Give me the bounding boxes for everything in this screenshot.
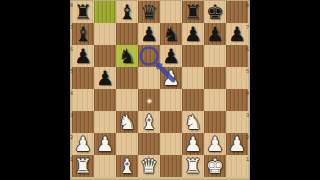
piece-white-bishop[interactable]: ♝ xyxy=(118,155,136,177)
square-g3[interactable] xyxy=(204,111,226,133)
square-c8[interactable]: ♝ xyxy=(116,1,138,23)
piece-black-pawn[interactable]: ♟ xyxy=(162,45,180,67)
square-c6[interactable]: ♞ xyxy=(116,45,138,67)
square-d3[interactable]: ♝ xyxy=(138,111,160,133)
square-f4[interactable] xyxy=(182,89,204,111)
square-h7[interactable]: ♟ xyxy=(226,23,248,45)
square-d7[interactable]: ♟ xyxy=(138,23,160,45)
square-b5[interactable]: ♟ xyxy=(94,67,116,89)
piece-white-pawn[interactable]: ♟ xyxy=(96,133,114,155)
piece-black-bishop[interactable]: ♝ xyxy=(74,23,92,45)
piece-white-pawn[interactable]: ♟ xyxy=(74,133,92,155)
square-h1[interactable] xyxy=(226,155,248,177)
square-b2[interactable]: ♟ xyxy=(94,133,116,155)
square-f3[interactable]: ♞ xyxy=(182,111,204,133)
piece-white-knight[interactable]: ♞ xyxy=(184,111,202,133)
square-d4[interactable] xyxy=(138,89,160,111)
piece-white-pawn[interactable]: ♟ xyxy=(206,133,224,155)
square-d2[interactable] xyxy=(138,133,160,155)
piece-white-pawn[interactable]: ♟ xyxy=(184,133,202,155)
letterbox-right xyxy=(250,0,320,180)
square-h6[interactable] xyxy=(226,45,248,67)
square-b8[interactable] xyxy=(94,1,116,23)
piece-white-knight[interactable]: ♞ xyxy=(118,111,136,133)
square-a5[interactable] xyxy=(72,67,94,89)
piece-black-pawn[interactable]: ♟ xyxy=(206,23,224,45)
piece-black-pawn[interactable]: ♟ xyxy=(74,45,92,67)
square-f8[interactable]: ♜ xyxy=(182,1,204,23)
square-a4[interactable] xyxy=(72,89,94,111)
square-e5[interactable]: ♟ xyxy=(160,67,182,89)
chess-board[interactable]: ♜♝♛♜♚♝♟♞♟♟♟♟♞♟♟♟♞♝♞♟♟♟♟♟♜♝♛♜♚ ✦ 87654321… xyxy=(70,0,250,180)
square-h8[interactable] xyxy=(226,1,248,23)
square-g8[interactable]: ♚ xyxy=(204,1,226,23)
square-d1[interactable]: ♛ xyxy=(138,155,160,177)
piece-white-pawn[interactable]: ♟ xyxy=(162,67,180,89)
square-f1[interactable]: ♜ xyxy=(182,155,204,177)
square-b7[interactable] xyxy=(94,23,116,45)
piece-black-pawn[interactable]: ♟ xyxy=(228,23,246,45)
square-g6[interactable] xyxy=(204,45,226,67)
square-f6[interactable] xyxy=(182,45,204,67)
square-a3[interactable] xyxy=(72,111,94,133)
piece-black-pawn[interactable]: ♟ xyxy=(140,23,158,45)
piece-black-rook[interactable]: ♜ xyxy=(184,1,202,23)
square-d8[interactable]: ♛ xyxy=(138,1,160,23)
video-frame: ♜♝♛♜♚♝♟♞♟♟♟♟♞♟♟♟♞♝♞♟♟♟♟♟♜♝♛♜♚ ✦ 87654321… xyxy=(0,0,320,180)
square-e3[interactable] xyxy=(160,111,182,133)
square-g2[interactable]: ♟ xyxy=(204,133,226,155)
square-b6[interactable] xyxy=(94,45,116,67)
square-b3[interactable] xyxy=(94,111,116,133)
square-a8[interactable]: ♜ xyxy=(72,1,94,23)
piece-black-pawn[interactable]: ♟ xyxy=(96,67,114,89)
square-h2[interactable]: ♟ xyxy=(226,133,248,155)
piece-white-queen[interactable]: ♛ xyxy=(140,155,158,177)
piece-black-queen[interactable]: ♛ xyxy=(140,1,158,23)
square-e4[interactable] xyxy=(160,89,182,111)
square-g4[interactable] xyxy=(204,89,226,111)
square-c7[interactable] xyxy=(116,23,138,45)
square-f7[interactable]: ♟ xyxy=(182,23,204,45)
square-d6[interactable] xyxy=(138,45,160,67)
square-e7[interactable]: ♞ xyxy=(160,23,182,45)
square-a2[interactable]: ♟ xyxy=(72,133,94,155)
square-c5[interactable] xyxy=(116,67,138,89)
square-a6[interactable]: ♟ xyxy=(72,45,94,67)
piece-white-bishop[interactable]: ♝ xyxy=(140,111,158,133)
letterbox-left xyxy=(0,0,70,180)
square-g1[interactable]: ♚ xyxy=(204,155,226,177)
board-grid[interactable]: ♜♝♛♜♚♝♟♞♟♟♟♟♞♟♟♟♞♝♞♟♟♟♟♟♜♝♛♜♚ xyxy=(72,1,248,177)
piece-white-rook[interactable]: ♜ xyxy=(184,155,202,177)
square-a1[interactable]: ♜ xyxy=(72,155,94,177)
square-h5[interactable] xyxy=(226,67,248,89)
piece-white-king[interactable]: ♚ xyxy=(206,155,224,177)
square-e1[interactable] xyxy=(160,155,182,177)
square-b4[interactable] xyxy=(94,89,116,111)
square-a7[interactable]: ♝ xyxy=(72,23,94,45)
square-e6[interactable]: ♟ xyxy=(160,45,182,67)
square-b1[interactable] xyxy=(94,155,116,177)
piece-white-pawn[interactable]: ♟ xyxy=(228,133,246,155)
square-h3[interactable] xyxy=(226,111,248,133)
square-c2[interactable] xyxy=(116,133,138,155)
square-f5[interactable] xyxy=(182,67,204,89)
square-g5[interactable] xyxy=(204,67,226,89)
square-d5[interactable] xyxy=(138,67,160,89)
piece-black-bishop[interactable]: ♝ xyxy=(118,1,136,23)
square-f2[interactable]: ♟ xyxy=(182,133,204,155)
square-c3[interactable]: ♞ xyxy=(116,111,138,133)
piece-black-pawn[interactable]: ♟ xyxy=(184,23,202,45)
piece-black-rook[interactable]: ♜ xyxy=(74,1,92,23)
piece-black-knight[interactable]: ♞ xyxy=(118,45,136,67)
square-c4[interactable] xyxy=(116,89,138,111)
piece-black-king[interactable]: ♚ xyxy=(206,1,224,23)
square-h4[interactable] xyxy=(226,89,248,111)
square-e8[interactable] xyxy=(160,1,182,23)
square-g7[interactable]: ♟ xyxy=(204,23,226,45)
square-c1[interactable]: ♝ xyxy=(116,155,138,177)
piece-white-rook[interactable]: ♜ xyxy=(74,155,92,177)
square-e2[interactable] xyxy=(160,133,182,155)
piece-black-knight[interactable]: ♞ xyxy=(162,23,180,45)
